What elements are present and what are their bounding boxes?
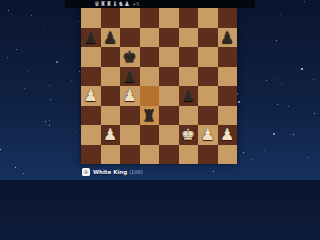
square-a7[interactable]: ♟ — [81, 28, 101, 48]
star — [50, 99, 51, 100]
star — [11, 14, 12, 15]
square-b6[interactable] — [101, 47, 121, 67]
square-b5[interactable] — [101, 67, 121, 87]
star — [276, 40, 277, 41]
square-d1[interactable] — [140, 145, 160, 165]
star — [49, 125, 50, 126]
piece-black-pawn[interactable]: ♟ — [120, 67, 140, 87]
square-f2[interactable]: ♚ — [179, 125, 199, 145]
square-b2[interactable]: ♟ — [101, 125, 121, 145]
star — [274, 78, 275, 79]
material-score: +5 — [132, 0, 139, 8]
star — [27, 71, 28, 72]
square-a4[interactable]: ♟ — [81, 86, 101, 106]
star — [243, 152, 244, 153]
square-d8[interactable] — [140, 8, 160, 28]
star — [75, 132, 76, 133]
square-h4[interactable] — [218, 86, 238, 106]
star — [16, 49, 17, 50]
square-c1[interactable] — [120, 145, 140, 165]
square-d2[interactable] — [140, 125, 160, 145]
star — [8, 10, 9, 11]
star — [313, 79, 314, 80]
square-h8[interactable] — [218, 8, 238, 28]
square-e8[interactable] — [159, 8, 179, 28]
square-b1[interactable] — [101, 145, 121, 165]
square-b7[interactable]: ♟ — [101, 28, 121, 48]
star — [266, 80, 267, 81]
star — [264, 150, 265, 151]
player-bar: ♔ White King (100) — [65, 163, 320, 180]
square-b3[interactable] — [101, 106, 121, 126]
square-b8[interactable] — [101, 8, 121, 28]
star — [23, 173, 24, 174]
square-e7[interactable] — [159, 28, 179, 48]
star — [31, 15, 32, 16]
star — [238, 101, 240, 103]
star — [70, 69, 71, 70]
star — [7, 57, 8, 58]
square-e3[interactable] — [159, 106, 179, 126]
square-g1[interactable] — [198, 145, 218, 165]
square-c4[interactable]: ♟ — [120, 86, 140, 106]
square-h2[interactable]: ♟ — [218, 125, 238, 145]
square-b4[interactable] — [101, 86, 121, 106]
piece-white-pawn[interactable]: ♟ — [81, 86, 101, 106]
star — [301, 68, 303, 70]
star — [277, 104, 278, 105]
star — [79, 71, 80, 72]
star — [273, 133, 275, 135]
opponent-bar: ♛♜♜♝♞♟ +5 — [65, 0, 255, 8]
star — [24, 88, 25, 89]
square-d3[interactable]: ♜ — [140, 106, 160, 126]
square-g6[interactable] — [198, 47, 218, 67]
star — [252, 159, 253, 160]
piece-black-king[interactable]: ♚ — [120, 47, 140, 67]
piece-black-pawn[interactable]: ♟ — [101, 28, 121, 48]
star — [280, 14, 281, 15]
square-e5[interactable] — [159, 67, 179, 87]
player-name: White King — [93, 169, 127, 175]
square-h3[interactable] — [218, 106, 238, 126]
player-rating: (100) — [129, 169, 142, 175]
piece-white-pawn[interactable]: ♟ — [218, 125, 238, 145]
square-f1[interactable] — [179, 145, 199, 165]
square-h7[interactable]: ♟ — [218, 28, 238, 48]
square-a6[interactable] — [81, 47, 101, 67]
square-c2[interactable] — [120, 125, 140, 145]
square-c8[interactable] — [120, 8, 140, 28]
square-a2[interactable] — [81, 125, 101, 145]
captured-piece-icon: ♟ — [124, 0, 130, 8]
square-a8[interactable] — [81, 8, 101, 28]
square-f5[interactable] — [179, 67, 199, 87]
square-h1[interactable] — [218, 145, 238, 165]
star — [49, 85, 50, 86]
square-g3[interactable] — [198, 106, 218, 126]
piece-black-pawn[interactable]: ♟ — [218, 28, 238, 48]
piece-white-pawn[interactable]: ♟ — [198, 125, 218, 145]
star — [78, 21, 79, 22]
square-e6[interactable] — [159, 47, 179, 67]
piece-white-pawn[interactable]: ♟ — [120, 86, 140, 106]
square-a3[interactable] — [81, 106, 101, 126]
star — [49, 120, 50, 121]
square-g7[interactable] — [198, 28, 218, 48]
square-h6[interactable] — [218, 47, 238, 67]
square-d7[interactable] — [140, 28, 160, 48]
star — [56, 61, 58, 63]
chess-board[interactable]: ♟♟♟♚♟♟♟♟♜♟♚♟♟ — [81, 8, 237, 164]
star — [307, 157, 308, 158]
square-e4[interactable] — [159, 86, 179, 106]
square-c6[interactable]: ♚ — [120, 47, 140, 67]
square-a1[interactable] — [81, 145, 101, 165]
square-f4[interactable]: ♟ — [179, 86, 199, 106]
square-c3[interactable] — [120, 106, 140, 126]
star — [45, 121, 46, 122]
square-e2[interactable] — [159, 125, 179, 145]
square-g5[interactable] — [198, 67, 218, 87]
square-f8[interactable] — [179, 8, 199, 28]
square-c7[interactable] — [120, 28, 140, 48]
piece-black-pawn[interactable]: ♟ — [179, 86, 199, 106]
piece-black-rook[interactable]: ♜ — [140, 106, 160, 126]
square-g4[interactable] — [198, 86, 218, 106]
star — [288, 106, 289, 107]
star — [43, 29, 44, 30]
piece-white-pawn[interactable]: ♟ — [101, 125, 121, 145]
piece-white-king[interactable]: ♚ — [179, 125, 199, 145]
square-f7[interactable] — [179, 28, 199, 48]
square-d5[interactable] — [140, 67, 160, 87]
square-h5[interactable] — [218, 67, 238, 87]
captured-pieces-tray: ♛♜♜♝♞♟ — [94, 0, 130, 8]
star — [71, 80, 72, 81]
square-a5[interactable] — [81, 67, 101, 87]
square-f3[interactable] — [179, 106, 199, 126]
player-avatar[interactable]: ♔ — [82, 168, 90, 176]
square-g2[interactable]: ♟ — [198, 125, 218, 145]
square-e1[interactable] — [159, 145, 179, 165]
square-d4[interactable] — [140, 86, 160, 106]
white-king-avatar-icon: ♔ — [83, 168, 88, 176]
star — [293, 134, 294, 135]
square-g8[interactable] — [198, 8, 218, 28]
square-f6[interactable] — [179, 47, 199, 67]
square-c5[interactable]: ♟ — [120, 67, 140, 87]
piece-black-pawn[interactable]: ♟ — [81, 28, 101, 48]
star — [281, 83, 282, 84]
star — [0, 149, 1, 150]
star — [314, 113, 315, 114]
star — [304, 1, 305, 2]
square-d6[interactable] — [140, 47, 160, 67]
star — [15, 167, 16, 168]
